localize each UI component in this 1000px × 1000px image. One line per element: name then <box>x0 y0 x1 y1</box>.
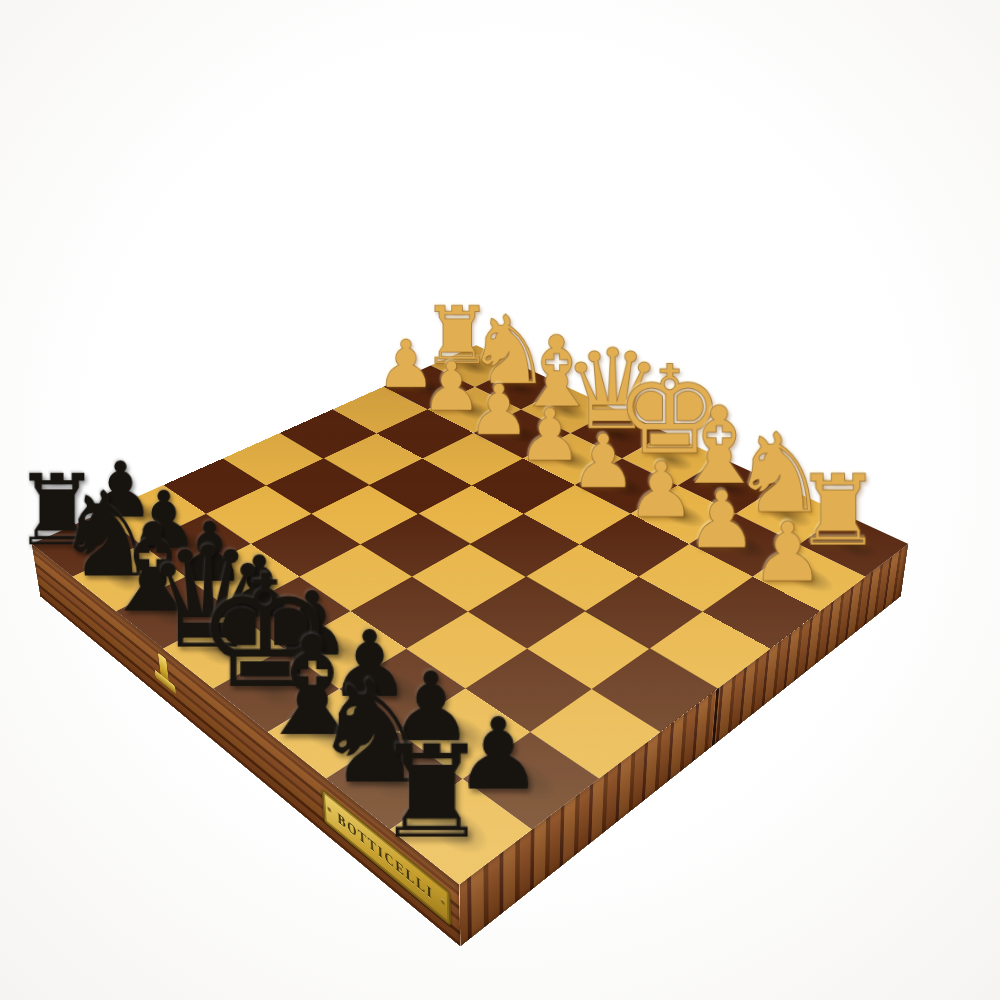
piece-white-pawn[interactable]: ♟ <box>746 511 828 593</box>
piece-black-rook[interactable]: ♜ <box>374 729 477 857</box>
photo-backdrop: ♜♞♝♛♚♝♞♜♟♟♟♟♟♟♟♟♟♟♟♟♟♟♟♟♜♞♝♛♚♝♞♜ BOTTICE… <box>0 0 1000 1000</box>
fold-seam-edge <box>712 687 719 746</box>
scene: ♜♞♝♛♚♝♞♜♟♟♟♟♟♟♟♟♟♟♟♟♟♟♟♟♜♞♝♛♚♝♞♜ BOTTICE… <box>0 0 1000 1000</box>
board-squares: ♜♞♝♛♚♝♞♜♟♟♟♟♟♟♟♟♟♟♟♟♟♟♟♟♜♞♝♛♚♝♞♜ <box>32 345 909 884</box>
chess-board: ♜♞♝♛♚♝♞♜♟♟♟♟♟♟♟♟♟♟♟♟♟♟♟♟♜♞♝♛♚♝♞♜ BOTTICE… <box>32 345 909 884</box>
